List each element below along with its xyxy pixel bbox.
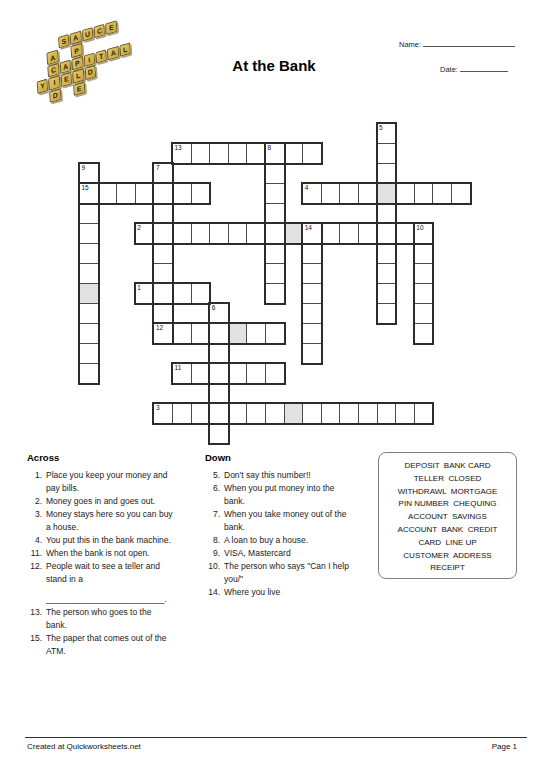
grid-cell[interactable]: [302, 403, 322, 424]
clue-number: 9.: [205, 547, 224, 560]
clue-number: 15.: [27, 632, 46, 645]
grid-cell[interactable]: [265, 203, 285, 224]
grid-cell[interactable]: [191, 183, 211, 204]
date-row: Date:: [440, 63, 508, 74]
across-clue-4: 4.You put this in the bank machine.: [27, 534, 201, 547]
logo-tile: Y: [37, 79, 49, 94]
across-clue-15: 15.The paper that comes out of theATM.: [27, 632, 201, 658]
grid-cell[interactable]: [265, 163, 285, 184]
grid-cell[interactable]: [79, 243, 99, 264]
clue-line: You put this in the bank machine.: [46, 534, 201, 547]
grid-cell[interactable]: [414, 323, 434, 344]
grid-cell[interactable]: [191, 403, 211, 424]
clue-text: When you put money into thebank.: [224, 482, 379, 508]
grid-cell[interactable]: 4: [302, 183, 322, 204]
clue-number-in-cell: 6: [212, 304, 216, 312]
grid-cell[interactable]: [172, 283, 192, 304]
grid-cell[interactable]: [302, 343, 322, 364]
clue-line: VISA, Mastercard: [224, 547, 379, 560]
grid-cell[interactable]: [302, 303, 322, 324]
grid-cell[interactable]: [395, 223, 415, 244]
grid-cell[interactable]: [414, 303, 434, 324]
grid-cell[interactable]: [321, 183, 341, 204]
grid-cell[interactable]: [135, 183, 155, 204]
grid-cell[interactable]: [209, 323, 229, 344]
clue-number: 1.: [27, 469, 46, 482]
clue-line: When you put money into the: [224, 482, 379, 495]
grid-cell[interactable]: [358, 403, 378, 424]
clue-text: The person who says "Can I helpyou/": [224, 560, 379, 586]
grid-cell[interactable]: [339, 223, 359, 244]
grid-cell[interactable]: [191, 143, 211, 164]
logo-tile: S: [58, 34, 70, 49]
clue-number: 8.: [205, 534, 224, 547]
clue-line: A loan to buy a house.: [224, 534, 379, 547]
down-clue-9: 9.VISA, Mastercard: [205, 547, 379, 560]
down-clue-5: 5.Don't say this number!!: [205, 469, 379, 482]
grid-cell[interactable]: [153, 243, 173, 264]
date-label: Date:: [440, 65, 458, 74]
grid-cell[interactable]: [228, 223, 248, 244]
clue-text: Money goes in and goes out.: [46, 495, 201, 508]
clue-line: a house.: [46, 521, 201, 534]
clue-number: 2.: [27, 495, 46, 508]
name-input-line[interactable]: [423, 38, 515, 47]
word-bank-line: PIN NUMBER CHEQUING: [379, 498, 516, 511]
clue-line: stand in a: [46, 573, 201, 586]
grid-cell[interactable]: [228, 143, 248, 164]
clue-number-in-cell: 11: [175, 364, 182, 372]
clue-line: People wait to see a teller and: [46, 560, 201, 573]
clue-line: Don't say this number!!: [224, 469, 379, 482]
logo-tile: E: [73, 81, 85, 96]
clue-number-in-cell: 3: [156, 404, 160, 412]
clue-line: Where you live: [224, 586, 379, 599]
logo-tile: L: [119, 42, 131, 57]
clue-text: People wait to see a teller andstand in …: [46, 560, 201, 606]
grid-cell[interactable]: [79, 363, 99, 384]
clue-number-in-cell: 2: [137, 224, 141, 232]
grid-cell[interactable]: [377, 163, 397, 184]
grid-cell[interactable]: [209, 423, 229, 444]
clue-number-in-cell: 14: [305, 224, 312, 232]
grid-cell[interactable]: 14: [302, 223, 322, 244]
clue-number-in-cell: 5: [379, 124, 383, 132]
grid-cell[interactable]: [358, 223, 378, 244]
grid-cell[interactable]: 9: [79, 163, 99, 184]
grid-cell[interactable]: [172, 223, 192, 244]
grid-cell[interactable]: [153, 263, 173, 284]
down-clue-8: 8.A loan to buy a house.: [205, 534, 379, 547]
crossword-grid: 138154214101121135976: [79, 123, 471, 445]
grid-cell[interactable]: [432, 183, 452, 204]
grid-cell[interactable]: [377, 403, 397, 424]
grid-cell[interactable]: [191, 363, 211, 384]
footer-rule: [25, 737, 527, 738]
clue-number: 7.: [205, 508, 224, 521]
grid-cell[interactable]: [209, 403, 229, 424]
grid-cell[interactable]: [377, 303, 397, 324]
clue-number-in-cell: 10: [416, 224, 423, 232]
clue-line: pay bills.: [46, 482, 201, 495]
grid-cell[interactable]: [172, 183, 192, 204]
grid-cell[interactable]: 8: [265, 143, 285, 164]
grid-cell[interactable]: [79, 323, 99, 344]
grid-cell[interactable]: [153, 303, 173, 324]
clue-number-in-cell: 8: [268, 144, 272, 152]
clue-line: The person who says "Can I help: [224, 560, 379, 573]
logo-tile: C: [94, 24, 106, 39]
clue-number-in-cell: 9: [82, 164, 86, 172]
grid-cell[interactable]: [246, 223, 266, 244]
grid-cell[interactable]: 3: [153, 403, 173, 424]
clue-line: ATM.: [46, 645, 201, 658]
down-clues: Down 5.Don't say this number!!6.When you…: [205, 452, 379, 599]
clue-number: 5.: [205, 469, 224, 482]
down-clue-10: 10.The person who says "Can I helpyou/": [205, 560, 379, 586]
grid-cell[interactable]: [414, 283, 434, 304]
grid-cell[interactable]: [377, 243, 397, 264]
across-clue-3: 3.Money stays here so you can buya house…: [27, 508, 201, 534]
grid-cell[interactable]: [191, 283, 211, 304]
clue-line: Money goes in and goes out.: [46, 495, 201, 508]
grid-cell[interactable]: [265, 263, 285, 284]
clue-number-in-cell: 12: [156, 324, 163, 332]
grid-cell[interactable]: [414, 243, 434, 264]
grid-cell[interactable]: [414, 403, 434, 424]
grid-cell[interactable]: [209, 223, 229, 244]
grid-cell[interactable]: [358, 183, 378, 204]
clue-number: 10.: [205, 560, 224, 573]
grid-cell[interactable]: 5: [377, 123, 397, 144]
grid-cell[interactable]: 6: [209, 303, 229, 324]
grid-cell[interactable]: [377, 283, 397, 304]
across-clue-12: 12.People wait to see a teller andstand …: [27, 560, 201, 606]
clue-line: [46, 586, 201, 593]
grid-cell[interactable]: [79, 263, 99, 284]
grid-cell[interactable]: 2: [135, 223, 155, 244]
grid-cell[interactable]: [321, 223, 341, 244]
word-bank-line: RECEIPT: [379, 562, 516, 575]
grid-cell[interactable]: 15: [79, 183, 99, 204]
grid-cell[interactable]: [209, 343, 229, 364]
clue-line: _________________________.: [46, 593, 201, 606]
word-bank-box: DEPOSIT BANK CARDTELLER CLOSEDWITHDRAWL …: [378, 452, 517, 579]
clue-text: VISA, Mastercard: [224, 547, 379, 560]
clue-line: bank.: [46, 619, 201, 632]
logo-tile: D: [49, 88, 61, 103]
word-bank-line: DEPOSIT BANK CARD: [379, 460, 516, 473]
name-label: Name:: [399, 40, 421, 49]
clue-text: Money stays here so you can buya house.: [46, 508, 201, 534]
grid-cell[interactable]: [191, 323, 211, 344]
grid-cell[interactable]: [246, 403, 266, 424]
grid-space-cell: [79, 283, 99, 304]
grid-space-cell: [284, 403, 304, 424]
clue-number-in-cell: 15: [82, 184, 89, 192]
footer-credit: Created at Quickworksheets.net: [27, 742, 141, 751]
grid-cell[interactable]: [451, 183, 471, 204]
grid-cell[interactable]: [246, 143, 266, 164]
grid-cell[interactable]: [209, 143, 229, 164]
grid-cell[interactable]: [79, 203, 99, 224]
word-bank-line: TELLER CLOSED: [379, 473, 516, 486]
across-clue-13: 13.The person who goes to thebank.: [27, 606, 201, 632]
word-bank-line: WITHDRAWL MORTGAGE: [379, 486, 516, 499]
grid-cell[interactable]: [172, 323, 192, 344]
logo-tile: U: [82, 27, 94, 42]
grid-cell[interactable]: [339, 183, 359, 204]
across-clue-11: 11.When the bank is not open.: [27, 547, 201, 560]
clue-text: You put this in the bank machine.: [46, 534, 201, 547]
word-bank-line: CUSTOMER ADDRESS: [379, 550, 516, 563]
across-clue-1: 1.Place you keep your money andpay bills…: [27, 469, 201, 495]
clue-number: 4.: [27, 534, 46, 547]
worksheet-page: SAUCEAPCAPITALYIELDDE At the Bank Name: …: [0, 0, 548, 776]
grid-cell[interactable]: 11: [172, 363, 192, 384]
clue-number: 11.: [27, 547, 46, 560]
grid-cell[interactable]: 12: [153, 323, 173, 344]
grid-cell[interactable]: [265, 323, 285, 344]
date-input-line[interactable]: [460, 63, 508, 72]
grid-cell[interactable]: [116, 183, 136, 204]
grid-cell[interactable]: [414, 183, 434, 204]
grid-cell[interactable]: [265, 223, 285, 244]
clue-number: 12.: [27, 560, 46, 573]
clue-text: A loan to buy a house.: [224, 534, 379, 547]
grid-cell[interactable]: [321, 403, 341, 424]
grid-cell[interactable]: [265, 183, 285, 204]
clue-number-in-cell: 13: [175, 144, 182, 152]
grid-cell[interactable]: [377, 263, 397, 284]
grid-cell[interactable]: [79, 343, 99, 364]
grid-cell[interactable]: [209, 383, 229, 404]
grid-cell[interactable]: [172, 403, 192, 424]
grid-cell[interactable]: [284, 143, 304, 164]
name-row: Name:: [399, 38, 515, 49]
grid-cell[interactable]: 13: [172, 143, 192, 164]
clue-number: 3.: [27, 508, 46, 521]
grid-cell[interactable]: [377, 143, 397, 164]
clue-text: The person who goes to thebank.: [46, 606, 201, 632]
clue-line: When you take money out of the: [224, 508, 379, 521]
clue-number: 13.: [27, 606, 46, 619]
grid-space-cell: [228, 323, 248, 344]
clue-line: bank.: [224, 495, 379, 508]
grid-cell[interactable]: [377, 203, 397, 224]
grid-cell[interactable]: [153, 203, 173, 224]
grid-cell[interactable]: [98, 183, 118, 204]
clue-text: The paper that comes out of theATM.: [46, 632, 201, 658]
clue-number-in-cell: 1: [137, 284, 141, 292]
footer-page-number: Page 1: [492, 742, 517, 751]
word-bank-line: ACCOUNT BANK CREDIT: [379, 524, 516, 537]
grid-cell[interactable]: 7: [153, 163, 173, 184]
clue-line: Money stays here so you can buy: [46, 508, 201, 521]
clue-text: Don't say this number!!: [224, 469, 379, 482]
grid-cell[interactable]: [395, 403, 415, 424]
grid-cell[interactable]: [302, 143, 322, 164]
across-clue-2: 2.Money goes in and goes out.: [27, 495, 201, 508]
across-clues-list: 1.Place you keep your money andpay bills…: [27, 469, 201, 658]
word-bank-line: ACCOUNT SAVINGS: [379, 511, 516, 524]
clue-line: you/": [224, 573, 379, 586]
grid-cell[interactable]: [153, 183, 173, 204]
grid-cell[interactable]: [191, 223, 211, 244]
logo-tile: E: [106, 20, 118, 35]
grid-cell[interactable]: [79, 303, 99, 324]
grid-cell[interactable]: [209, 363, 229, 384]
grid-cell[interactable]: [153, 283, 173, 304]
grid-cell[interactable]: [395, 183, 415, 204]
grid-cell[interactable]: [265, 283, 285, 304]
clue-line: bank.: [224, 521, 379, 534]
grid-cell[interactable]: [153, 223, 173, 244]
word-bank-line: CARD LINE UP: [379, 537, 516, 550]
grid-cell[interactable]: 10: [414, 223, 434, 244]
clue-number: 6.: [205, 482, 224, 495]
grid-cell[interactable]: [246, 323, 266, 344]
grid-cell[interactable]: [414, 263, 434, 284]
down-header: Down: [205, 452, 379, 463]
grid-cell[interactable]: [302, 283, 322, 304]
grid-cell[interactable]: [302, 323, 322, 344]
clue-line: The paper that comes out of the: [46, 632, 201, 645]
clue-text: When the bank is not open.: [46, 547, 201, 560]
grid-cell[interactable]: [265, 363, 285, 384]
logo-tile: E: [60, 72, 72, 87]
grid-cell[interactable]: [339, 403, 359, 424]
down-clue-14: 14.Where you live: [205, 586, 379, 599]
grid-cell[interactable]: [302, 243, 322, 264]
grid-cell[interactable]: [302, 263, 322, 284]
grid-cell[interactable]: [79, 223, 99, 244]
grid-cell[interactable]: [265, 243, 285, 264]
clue-text: When you take money out of thebank.: [224, 508, 379, 534]
grid-cell[interactable]: 1: [135, 283, 155, 304]
grid-space-cell: [284, 223, 304, 244]
across-clues: Across 1.Place you keep your money andpa…: [27, 452, 201, 658]
clue-number-in-cell: 7: [156, 164, 160, 172]
clue-number: 14.: [205, 586, 224, 599]
down-clues-list: 5.Don't say this number!!6.When you put …: [205, 469, 379, 599]
clue-number-in-cell: 4: [305, 184, 309, 192]
clue-line: When the bank is not open.: [46, 547, 201, 560]
clue-text: Where you live: [224, 586, 379, 599]
grid-cell[interactable]: [228, 363, 248, 384]
grid-cell[interactable]: [228, 403, 248, 424]
clue-line: The person who goes to the: [46, 606, 201, 619]
grid-cell[interactable]: [246, 363, 266, 384]
down-clue-7: 7.When you take money out of thebank.: [205, 508, 379, 534]
grid-cell[interactable]: [377, 223, 397, 244]
down-clue-6: 6.When you put money into thebank.: [205, 482, 379, 508]
grid-space-cell: [377, 183, 397, 204]
clue-line: Place you keep your money and: [46, 469, 201, 482]
clue-text: Place you keep your money andpay bills.: [46, 469, 201, 495]
across-header: Across: [27, 452, 201, 463]
grid-cell[interactable]: [265, 403, 285, 424]
